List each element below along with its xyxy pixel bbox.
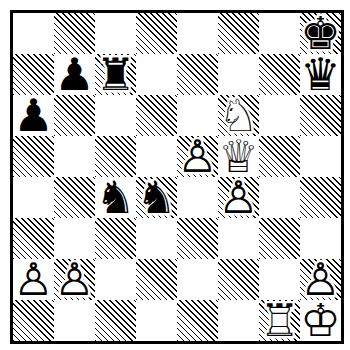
chess-diagram: ♚♚♟♟♜♜♛♛♟♟♞♘♟♙♛♕♞♞♞♞♟♙♟♙♟♙♟♙♜♖♚♔	[0, 0, 350, 350]
white-rook[interactable]: ♜♖	[259, 300, 300, 341]
black-pawn-icon: ♟	[54, 54, 95, 95]
black-queen-icon: ♛	[300, 54, 341, 95]
square-h7[interactable]: ♛♛	[300, 54, 341, 95]
square-a6[interactable]: ♟♟	[13, 95, 54, 136]
square-g5[interactable]	[259, 136, 300, 177]
square-d3[interactable]	[136, 218, 177, 259]
square-g6[interactable]	[259, 95, 300, 136]
black-rook[interactable]: ♜♜	[95, 54, 136, 95]
square-a2[interactable]: ♟♙	[13, 259, 54, 300]
square-d7[interactable]	[136, 54, 177, 95]
square-e3[interactable]	[177, 218, 218, 259]
square-c1[interactable]	[95, 300, 136, 341]
square-b1[interactable]	[54, 300, 95, 341]
black-pawn-icon: ♟	[13, 95, 54, 136]
square-a5[interactable]	[13, 136, 54, 177]
black-queen[interactable]: ♛♛	[300, 54, 341, 95]
black-knight[interactable]: ♞♞	[136, 177, 177, 218]
square-h1[interactable]: ♚♔	[300, 300, 341, 341]
black-knight-icon: ♞	[136, 177, 177, 218]
square-f3[interactable]	[218, 218, 259, 259]
square-b2[interactable]: ♟♙	[54, 259, 95, 300]
black-pawn[interactable]: ♟♟	[54, 54, 95, 95]
square-h4[interactable]	[300, 177, 341, 218]
square-e2[interactable]	[177, 259, 218, 300]
square-e8[interactable]	[177, 13, 218, 54]
square-b7[interactable]: ♟♟	[54, 54, 95, 95]
square-e1[interactable]	[177, 300, 218, 341]
square-g1[interactable]: ♜♖	[259, 300, 300, 341]
square-f4[interactable]: ♟♙	[218, 177, 259, 218]
square-c6[interactable]	[95, 95, 136, 136]
square-b5[interactable]	[54, 136, 95, 177]
white-pawn[interactable]: ♟♙	[218, 177, 259, 218]
square-c3[interactable]	[95, 218, 136, 259]
square-g8[interactable]	[259, 13, 300, 54]
black-knight-icon: ♞	[95, 177, 136, 218]
white-king-icon: ♔	[300, 300, 341, 341]
white-rook-icon: ♖	[259, 300, 300, 341]
square-d2[interactable]	[136, 259, 177, 300]
square-b6[interactable]	[54, 95, 95, 136]
square-g7[interactable]	[259, 54, 300, 95]
square-d4[interactable]: ♞♞	[136, 177, 177, 218]
white-pawn-icon: ♙	[54, 259, 95, 300]
square-d6[interactable]	[136, 95, 177, 136]
square-f8[interactable]	[218, 13, 259, 54]
square-h6[interactable]	[300, 95, 341, 136]
square-f2[interactable]	[218, 259, 259, 300]
square-a1[interactable]	[13, 300, 54, 341]
square-c4[interactable]: ♞♞	[95, 177, 136, 218]
square-d1[interactable]	[136, 300, 177, 341]
square-f1[interactable]	[218, 300, 259, 341]
square-e7[interactable]	[177, 54, 218, 95]
white-king[interactable]: ♚♔	[300, 300, 341, 341]
square-e5[interactable]: ♟♙	[177, 136, 218, 177]
square-a4[interactable]	[13, 177, 54, 218]
square-g3[interactable]	[259, 218, 300, 259]
square-c2[interactable]	[95, 259, 136, 300]
square-b4[interactable]	[54, 177, 95, 218]
square-h5[interactable]	[300, 136, 341, 177]
white-pawn-icon: ♙	[13, 259, 54, 300]
square-e4[interactable]	[177, 177, 218, 218]
white-pawn-icon: ♙	[177, 136, 218, 177]
square-c7[interactable]: ♜♜	[95, 54, 136, 95]
square-a8[interactable]	[13, 13, 54, 54]
black-knight[interactable]: ♞♞	[95, 177, 136, 218]
black-rook-icon: ♜	[95, 54, 136, 95]
white-pawn[interactable]: ♟♙	[13, 259, 54, 300]
square-g4[interactable]	[259, 177, 300, 218]
chess-board: ♚♚♟♟♜♜♛♛♟♟♞♘♟♙♛♕♞♞♞♞♟♙♟♙♟♙♟♙♜♖♚♔	[10, 10, 344, 344]
white-pawn-icon: ♙	[218, 177, 259, 218]
black-pawn[interactable]: ♟♟	[13, 95, 54, 136]
square-d8[interactable]	[136, 13, 177, 54]
white-pawn[interactable]: ♟♙	[54, 259, 95, 300]
white-pawn[interactable]: ♟♙	[177, 136, 218, 177]
